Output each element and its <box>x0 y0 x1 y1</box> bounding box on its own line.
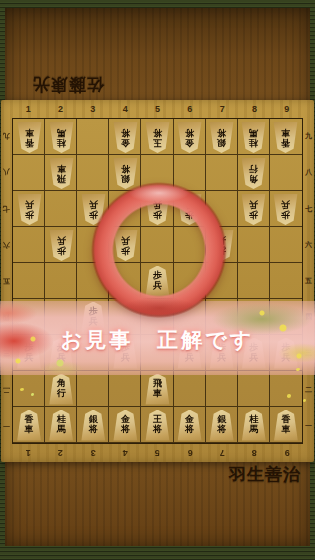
row-label: 五 <box>3 276 10 286</box>
piece-pawn-gote: 歩兵 <box>240 194 267 225</box>
board-cell-1-2[interactable] <box>13 371 45 407</box>
column-label: 8 <box>238 448 270 458</box>
piece-lance-gote: 香車 <box>272 122 299 153</box>
piece-silver-general-sente: 銀将 <box>208 410 235 441</box>
piece-gold-general-sente: 金将 <box>112 410 139 441</box>
board-cell-1-5[interactable] <box>13 263 45 299</box>
column-label: 1 <box>12 448 44 458</box>
piece-silver-general-gote: 銀将 <box>208 122 235 153</box>
board-cell-2-8[interactable]: 飛車 <box>45 155 77 191</box>
piece-king-sente: 王将 <box>144 410 171 441</box>
row-label: 七 <box>3 204 10 214</box>
row-label: 六 <box>305 240 312 250</box>
piece-pawn-gote: 歩兵 <box>48 230 75 261</box>
row-labels-right: 九八七六五四三二一 <box>303 118 314 444</box>
board-cell-8-1[interactable]: 桂馬 <box>238 407 270 443</box>
piece-pawn-gote: 歩兵 <box>16 194 43 225</box>
board-cell-8-6[interactable] <box>238 227 270 263</box>
column-label: 4 <box>109 448 141 458</box>
piece-silver-general-sente: 銀将 <box>80 410 107 441</box>
bottom-player-name: 羽生善治 <box>229 463 301 486</box>
piece-rook-sente: 飛車 <box>144 374 171 405</box>
piece-lance-sente: 香車 <box>16 410 43 441</box>
board-cell-7-1[interactable]: 銀将 <box>206 407 238 443</box>
piece-bishop-gote: 角行 <box>240 158 267 189</box>
board-cell-9-5[interactable] <box>270 263 302 299</box>
board-cell-2-9[interactable]: 桂馬 <box>45 119 77 155</box>
row-label: 一 <box>305 421 312 431</box>
board-cell-3-2[interactable] <box>77 371 109 407</box>
piece-gold-general-gote: 金将 <box>176 122 203 153</box>
board-cell-6-2[interactable] <box>174 371 206 407</box>
board-cell-5-9[interactable]: 玉将 <box>141 119 173 155</box>
column-label: 7 <box>206 448 238 458</box>
board-cell-9-2[interactable] <box>270 371 302 407</box>
board-cell-3-1[interactable]: 銀将 <box>77 407 109 443</box>
column-label: 2 <box>44 104 76 114</box>
column-label: 6 <box>174 448 206 458</box>
board-cell-3-9[interactable] <box>77 119 109 155</box>
board-cell-5-2[interactable]: 飛車 <box>141 371 173 407</box>
column-label: 2 <box>44 448 76 458</box>
board-cell-8-8[interactable]: 角行 <box>238 155 270 191</box>
row-label: 二 <box>305 385 312 395</box>
row-label: 二 <box>3 385 10 395</box>
piece-lance-gote: 香車 <box>16 122 43 153</box>
column-labels-bottom: 123456789 <box>12 444 303 462</box>
result-banner-text: お見事 正解です <box>0 326 315 354</box>
column-label: 3 <box>77 448 109 458</box>
piece-pawn-gote: 歩兵 <box>272 194 299 225</box>
board-cell-8-7[interactable]: 歩兵 <box>238 191 270 227</box>
board-cell-9-7[interactable]: 歩兵 <box>270 191 302 227</box>
board-cell-1-6[interactable] <box>13 227 45 263</box>
board-cell-8-9[interactable]: 桂馬 <box>238 119 270 155</box>
piece-knight-sente: 桂馬 <box>48 410 75 441</box>
piece-bishop-sente: 角行 <box>48 374 75 405</box>
column-label: 8 <box>238 104 270 114</box>
row-label: 九 <box>3 131 10 141</box>
piece-lance-sente: 香車 <box>272 410 299 441</box>
board-cell-2-7[interactable] <box>45 191 77 227</box>
piece-king-jeweled-gote: 玉将 <box>144 122 171 153</box>
board-cell-7-2[interactable] <box>206 371 238 407</box>
piece-knight-gote: 桂馬 <box>240 122 267 153</box>
row-label: 八 <box>305 167 312 177</box>
board-cell-8-5[interactable] <box>238 263 270 299</box>
column-label: 4 <box>109 104 141 114</box>
board-cell-6-9[interactable]: 金将 <box>174 119 206 155</box>
piece-gold-general-gote: 金将 <box>112 122 139 153</box>
row-label: 八 <box>3 167 10 177</box>
board-cell-1-1[interactable]: 香車 <box>13 407 45 443</box>
column-label: 9 <box>271 448 303 458</box>
row-labels-left: 九八七六五四三二一 <box>1 118 12 444</box>
correct-circle-icon <box>91 182 227 318</box>
piece-gold-general-sente: 金将 <box>176 410 203 441</box>
board-cell-2-2[interactable]: 角行 <box>45 371 77 407</box>
row-label: 六 <box>3 240 10 250</box>
row-label: 七 <box>305 204 312 214</box>
board-cell-2-6[interactable]: 歩兵 <box>45 227 77 263</box>
board-cell-4-1[interactable]: 金将 <box>109 407 141 443</box>
column-label: 5 <box>141 448 173 458</box>
board-cell-2-5[interactable] <box>45 263 77 299</box>
board-cell-9-1[interactable]: 香車 <box>270 407 302 443</box>
row-label: 九 <box>305 131 312 141</box>
column-labels-top: 123456789 <box>12 100 303 118</box>
piece-knight-gote: 桂馬 <box>48 122 75 153</box>
board-cell-5-1[interactable]: 王将 <box>141 407 173 443</box>
board-cell-7-8[interactable] <box>206 155 238 191</box>
piece-rook-gote: 飛車 <box>48 158 75 189</box>
app-screen: 佐藤康光 123456789 123456789 九八七六五四三二一 九八七六五… <box>0 0 315 560</box>
row-label: 五 <box>305 276 312 286</box>
piece-knight-sente: 桂馬 <box>240 410 267 441</box>
top-player-name: 佐藤康光 <box>32 73 104 96</box>
board-cell-4-2[interactable] <box>109 371 141 407</box>
board-cell-4-9[interactable]: 金将 <box>109 119 141 155</box>
board-cell-1-8[interactable] <box>13 155 45 191</box>
board-cell-9-9[interactable]: 香車 <box>270 119 302 155</box>
board-cell-9-8[interactable] <box>270 155 302 191</box>
board-cell-8-2[interactable] <box>238 371 270 407</box>
column-label: 3 <box>77 104 109 114</box>
column-label: 1 <box>12 104 44 114</box>
board-cell-1-9[interactable]: 香車 <box>13 119 45 155</box>
board-cell-2-1[interactable]: 桂馬 <box>45 407 77 443</box>
column-label: 5 <box>141 104 173 114</box>
row-label: 一 <box>3 421 10 431</box>
board-cell-3-8[interactable] <box>77 155 109 191</box>
column-label: 9 <box>271 104 303 114</box>
board-cell-6-1[interactable]: 金将 <box>174 407 206 443</box>
board-cell-1-7[interactable]: 歩兵 <box>13 191 45 227</box>
piece-silver-general-gote: 銀将 <box>112 158 139 189</box>
board-cell-7-9[interactable]: 銀将 <box>206 119 238 155</box>
column-label: 7 <box>206 104 238 114</box>
column-label: 6 <box>174 104 206 114</box>
board-cell-9-6[interactable] <box>270 227 302 263</box>
